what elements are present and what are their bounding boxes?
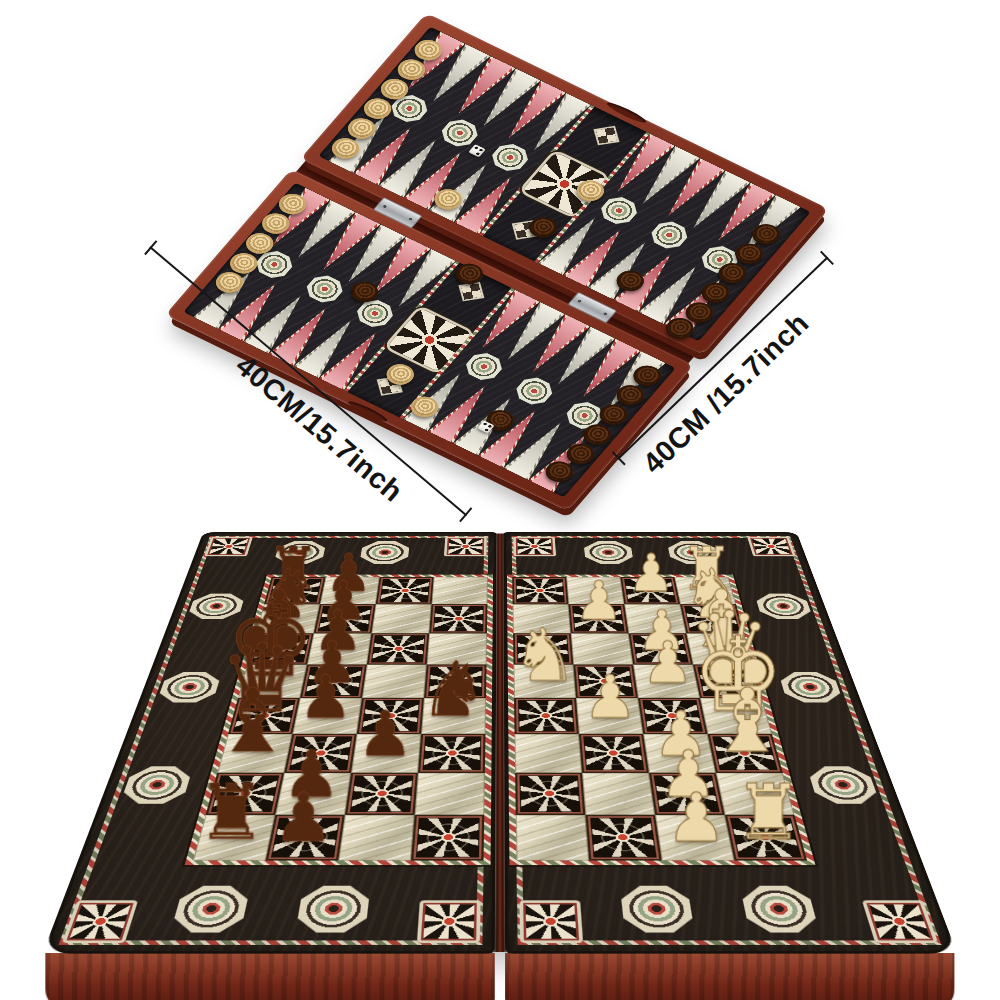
mosaic-medallion-icon bbox=[460, 349, 507, 384]
chess-cell-r6c3[interactable] bbox=[415, 773, 485, 815]
backgammon-open-board bbox=[165, 13, 829, 511]
chess-cell-r1c4[interactable] bbox=[513, 604, 571, 633]
chess-board-plane: ♜♟♜♟♞♟♞♟♝♟♝♟♚♟♛♟♞♛♟♞♚♟♝♟♝♟♟♟♜♟♜♟ bbox=[42, 532, 957, 954]
mosaic-medallion-icon bbox=[487, 140, 534, 175]
star-tile-icon bbox=[862, 900, 938, 943]
chess-cell-r7c4[interactable] bbox=[516, 815, 589, 861]
star-tile-icon bbox=[519, 900, 583, 943]
chess-cell-r2c5[interactable] bbox=[571, 633, 633, 664]
board-front-edge-left bbox=[45, 953, 495, 1000]
chess-cell-r1c5[interactable] bbox=[568, 604, 628, 633]
mosaic-medallion-icon bbox=[295, 886, 370, 933]
star-tile-icon bbox=[62, 900, 138, 943]
chess-cell-r0c0[interactable] bbox=[264, 577, 326, 604]
chess-cell-r5c4[interactable] bbox=[515, 734, 582, 773]
chess-cell-r1c1[interactable] bbox=[314, 604, 376, 633]
mosaic-medallion-icon bbox=[351, 296, 398, 331]
star-tile-icon bbox=[444, 537, 487, 557]
chess-cell-r1c2[interactable] bbox=[371, 604, 431, 633]
mosaic-medallion-icon bbox=[646, 217, 693, 252]
chess-cell-r0c2[interactable] bbox=[376, 577, 434, 604]
star-tile-icon bbox=[204, 537, 253, 557]
chess-cell-r0c7[interactable] bbox=[674, 577, 736, 604]
chess-piece-light-pawn[interactable]: ♟ bbox=[633, 784, 761, 851]
diamond-tile-icon bbox=[596, 128, 617, 144]
mosaic-medallion-icon bbox=[170, 886, 250, 933]
board-front-edge-right bbox=[505, 953, 955, 1000]
chess-cell-r6c4[interactable] bbox=[515, 773, 585, 815]
chess-cell-r1c3[interactable] bbox=[429, 604, 487, 633]
chess-piece-dark-pawn[interactable]: ♟ bbox=[240, 784, 368, 851]
mosaic-medallion-icon bbox=[620, 886, 695, 933]
chess-cell-r0c6[interactable] bbox=[620, 577, 680, 604]
mosaic-medallion-icon bbox=[596, 193, 643, 228]
chess-cell-r2c4[interactable] bbox=[513, 633, 573, 664]
chess-cell-r0c1[interactable] bbox=[320, 577, 380, 604]
star-tile-icon bbox=[513, 537, 556, 557]
chess-cell-r0c4[interactable] bbox=[512, 577, 568, 604]
chess-cell-r1c6[interactable] bbox=[624, 604, 686, 633]
mosaic-medallion-icon bbox=[740, 886, 820, 933]
diamond-tile-icon bbox=[461, 284, 482, 300]
star-tile-icon bbox=[747, 537, 796, 557]
chess-cell-r0c3[interactable] bbox=[432, 577, 488, 604]
chess-cell-r0c5[interactable] bbox=[566, 577, 624, 604]
mosaic-medallion-icon bbox=[511, 373, 558, 408]
mosaic-medallion-icon bbox=[301, 271, 348, 306]
star-tile-icon bbox=[417, 900, 481, 943]
chess-cell-r7c3[interactable] bbox=[411, 815, 484, 861]
